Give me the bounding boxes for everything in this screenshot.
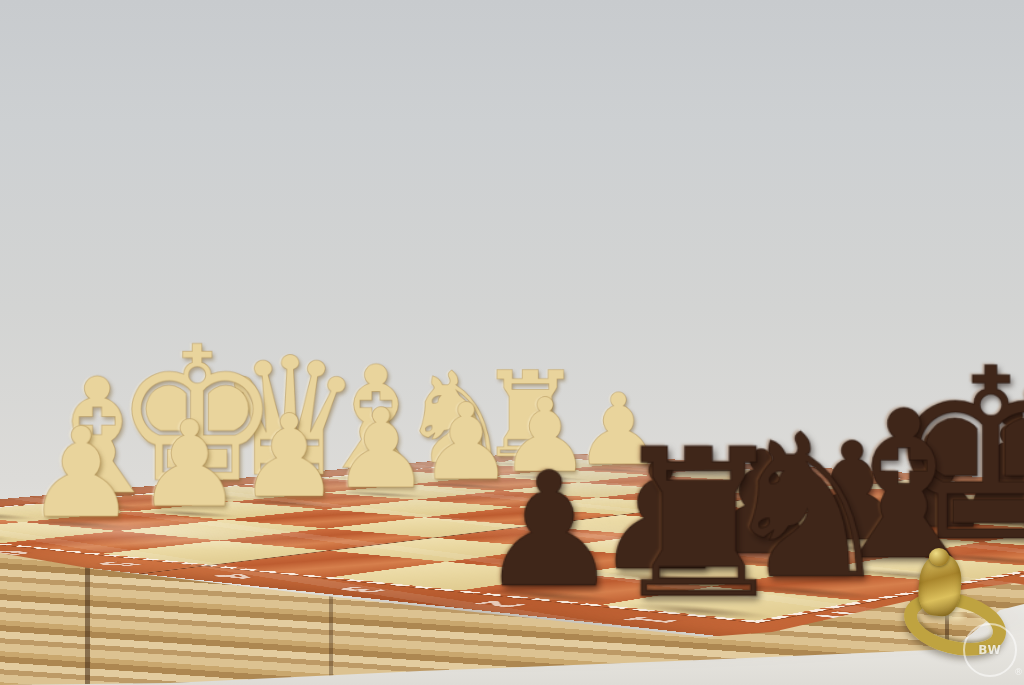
rank-label: 5 (84, 560, 152, 567)
photo-stage: ABCDEFGH87654321♜♞♝♛♚♝♞♜♟♟♟♟♟♟♟♟♟♟♟♟♟♟♟♟… (0, 0, 1024, 685)
watermark-text: BW (978, 643, 1002, 657)
piece-white-pawn: ♟ (136, 410, 243, 520)
piece-white-pawn: ♟ (332, 399, 431, 500)
piece-black-pawn: ♟ (478, 458, 620, 604)
photographer-watermark: BW ® (963, 623, 1017, 677)
piece-white-pawn: ♟ (25, 416, 137, 531)
rank-label: 4 (199, 572, 270, 580)
rank-label: 2 (460, 599, 539, 609)
registered-mark-icon: ® (1014, 667, 1023, 677)
piece-white-pawn: ♟ (238, 404, 341, 509)
rank-label: 1 (609, 615, 693, 626)
rank-label: 3 (324, 585, 399, 594)
piece-black-rook: ♜ (607, 431, 790, 619)
piece-white-pawn: ♟ (0, 423, 21, 543)
latch-knob-icon (929, 548, 949, 566)
